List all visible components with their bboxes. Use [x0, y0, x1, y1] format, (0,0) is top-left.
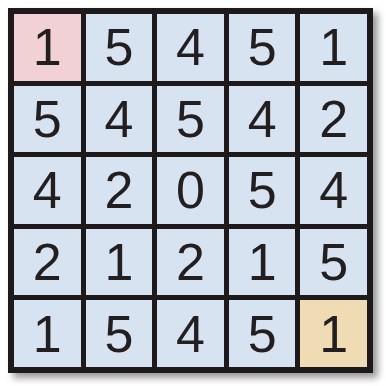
cell-r5c4[interactable]: 5: [229, 300, 296, 367]
cell-r1c3[interactable]: 4: [157, 14, 224, 81]
cell-r1c4[interactable]: 5: [229, 14, 296, 81]
start-cell-r1c1[interactable]: 1: [14, 14, 81, 81]
puzzle-stage: 1545154542420542121515451: [0, 0, 386, 386]
cell-r4c2[interactable]: 1: [86, 229, 153, 296]
cell-r2c2[interactable]: 4: [86, 86, 153, 153]
cell-r1c2[interactable]: 5: [86, 14, 153, 81]
cell-r2c3[interactable]: 5: [157, 86, 224, 153]
cell-r4c3[interactable]: 2: [157, 229, 224, 296]
cell-r3c2[interactable]: 2: [86, 157, 153, 224]
cell-r3c1[interactable]: 4: [14, 157, 81, 224]
cell-r3c5[interactable]: 4: [300, 157, 367, 224]
cell-r3c4[interactable]: 5: [229, 157, 296, 224]
cell-r2c1[interactable]: 5: [14, 86, 81, 153]
cell-r4c5[interactable]: 5: [300, 229, 367, 296]
cell-r5c3[interactable]: 4: [157, 300, 224, 367]
cell-r4c1[interactable]: 2: [14, 229, 81, 296]
goal-cell-r5c5[interactable]: 1: [300, 300, 367, 367]
number-maze-board: 1545154542420542121515451: [8, 8, 373, 373]
cell-r4c4[interactable]: 1: [229, 229, 296, 296]
cell-r2c4[interactable]: 4: [229, 86, 296, 153]
cell-r3c3[interactable]: 0: [157, 157, 224, 224]
cell-r1c5[interactable]: 1: [300, 14, 367, 81]
cell-r5c2[interactable]: 5: [86, 300, 153, 367]
cell-r2c5[interactable]: 2: [300, 86, 367, 153]
cell-r5c1[interactable]: 1: [14, 300, 81, 367]
